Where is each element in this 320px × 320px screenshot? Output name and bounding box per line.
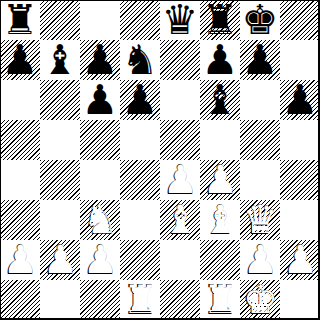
square-b2[interactable]: ♟♙ xyxy=(40,240,80,280)
piece-black-rook[interactable]: ♜ xyxy=(0,0,40,40)
square-d1[interactable]: ♜♖ xyxy=(120,280,160,320)
piece-black-pawn[interactable]: ♟ xyxy=(200,40,240,80)
white-queen-fill: ♛ xyxy=(243,201,278,240)
square-e1[interactable] xyxy=(160,280,200,320)
black-pawn-glyph: ♟ xyxy=(122,80,159,121)
square-f2[interactable] xyxy=(200,240,240,280)
white-rook-fill: ♜ xyxy=(123,281,158,320)
square-e8[interactable]: ♛ xyxy=(160,0,200,40)
piece-black-pawn[interactable]: ♟ xyxy=(80,40,120,80)
square-h6[interactable]: ♟ xyxy=(280,80,320,120)
square-e5[interactable] xyxy=(160,120,200,160)
black-bishop-glyph: ♝ xyxy=(42,40,79,81)
piece-black-pawn[interactable]: ♟ xyxy=(280,80,320,120)
black-pawn-glyph: ♟ xyxy=(202,40,239,81)
square-b6[interactable] xyxy=(40,80,80,120)
white-rook-fill: ♜ xyxy=(203,281,238,320)
square-g2[interactable]: ♟♙ xyxy=(240,240,280,280)
square-f3[interactable]: ♝♗ xyxy=(200,200,240,240)
square-e6[interactable] xyxy=(160,80,200,120)
piece-white-bishop[interactable]: ♝♗ xyxy=(160,200,200,240)
square-a4[interactable] xyxy=(0,160,40,200)
square-d4[interactable] xyxy=(120,160,160,200)
piece-white-king[interactable]: ♚♔ xyxy=(240,280,280,320)
piece-black-rook[interactable]: ♜ xyxy=(200,0,240,40)
square-g6[interactable] xyxy=(240,80,280,120)
piece-black-pawn[interactable]: ♟ xyxy=(80,80,120,120)
square-a6[interactable] xyxy=(0,80,40,120)
piece-black-pawn[interactable]: ♟ xyxy=(120,80,160,120)
piece-white-pawn[interactable]: ♟♙ xyxy=(240,240,280,280)
black-rook-glyph: ♜ xyxy=(2,0,39,41)
black-rook-glyph: ♜ xyxy=(202,0,239,41)
square-g7[interactable]: ♟ xyxy=(240,40,280,80)
white-pawn-fill: ♟ xyxy=(43,241,78,280)
square-d7[interactable]: ♞ xyxy=(120,40,160,80)
piece-white-pawn[interactable]: ♟♙ xyxy=(280,240,320,280)
black-bishop-glyph: ♝ xyxy=(202,80,239,121)
piece-white-pawn[interactable]: ♟♙ xyxy=(0,240,40,280)
square-g3[interactable]: ♛♕ xyxy=(240,200,280,240)
square-c1[interactable] xyxy=(80,280,120,320)
square-e4[interactable]: ♟♙ xyxy=(160,160,200,200)
white-pawn-fill: ♟ xyxy=(203,161,238,200)
white-knight-fill: ♞ xyxy=(83,201,118,240)
white-pawn-fill: ♟ xyxy=(83,241,118,280)
square-c3[interactable]: ♞♘ xyxy=(80,200,120,240)
square-a5[interactable] xyxy=(0,120,40,160)
square-f4[interactable]: ♟♙ xyxy=(200,160,240,200)
white-pawn-fill: ♟ xyxy=(283,241,318,280)
white-pawn-fill: ♟ xyxy=(163,161,198,200)
square-b5[interactable] xyxy=(40,120,80,160)
square-a8[interactable]: ♜ xyxy=(0,0,40,40)
white-pawn-fill: ♟ xyxy=(3,241,38,280)
square-g8[interactable]: ♚ xyxy=(240,0,280,40)
piece-white-pawn[interactable]: ♟♙ xyxy=(160,160,200,200)
square-b7[interactable]: ♝ xyxy=(40,40,80,80)
black-pawn-glyph: ♟ xyxy=(2,40,39,81)
square-g4[interactable] xyxy=(240,160,280,200)
square-g5[interactable] xyxy=(240,120,280,160)
white-pawn-fill: ♟ xyxy=(243,241,278,280)
square-h3[interactable] xyxy=(280,200,320,240)
white-king-fill: ♚ xyxy=(243,281,278,320)
square-e2[interactable] xyxy=(160,240,200,280)
square-c8[interactable] xyxy=(80,0,120,40)
black-pawn-glyph: ♟ xyxy=(82,40,119,81)
piece-white-pawn[interactable]: ♟♙ xyxy=(200,160,240,200)
piece-black-pawn[interactable]: ♟ xyxy=(240,40,280,80)
piece-black-bishop[interactable]: ♝ xyxy=(200,80,240,120)
piece-black-king[interactable]: ♚ xyxy=(240,0,280,40)
square-d8[interactable] xyxy=(120,0,160,40)
white-bishop-fill: ♝ xyxy=(203,201,238,240)
black-king-glyph: ♚ xyxy=(242,0,279,41)
square-f5[interactable] xyxy=(200,120,240,160)
chess-board: ♜♛♜♚♟♝♟♞♟♟♟♟♝♟♟♙♟♙♞♘♝♗♝♗♛♕♟♙♟♙♟♙♟♙♟♙♜♖♜♖… xyxy=(0,0,320,320)
square-a2[interactable]: ♟♙ xyxy=(0,240,40,280)
piece-black-knight[interactable]: ♞ xyxy=(120,40,160,80)
white-bishop-fill: ♝ xyxy=(163,201,198,240)
piece-white-rook[interactable]: ♜♖ xyxy=(200,280,240,320)
black-queen-glyph: ♛ xyxy=(162,0,199,41)
square-b4[interactable] xyxy=(40,160,80,200)
piece-black-bishop[interactable]: ♝ xyxy=(40,40,80,80)
square-h1[interactable] xyxy=(280,280,320,320)
square-d5[interactable] xyxy=(120,120,160,160)
square-a7[interactable]: ♟ xyxy=(0,40,40,80)
square-d2[interactable] xyxy=(120,240,160,280)
square-d3[interactable] xyxy=(120,200,160,240)
black-knight-glyph: ♞ xyxy=(122,40,159,81)
square-h4[interactable] xyxy=(280,160,320,200)
square-e3[interactable]: ♝♗ xyxy=(160,200,200,240)
square-f7[interactable]: ♟ xyxy=(200,40,240,80)
square-h7[interactable] xyxy=(280,40,320,80)
square-c2[interactable]: ♟♙ xyxy=(80,240,120,280)
square-c7[interactable]: ♟ xyxy=(80,40,120,80)
square-f1[interactable]: ♜♖ xyxy=(200,280,240,320)
square-c6[interactable]: ♟ xyxy=(80,80,120,120)
square-h2[interactable]: ♟♙ xyxy=(280,240,320,280)
piece-black-queen[interactable]: ♛ xyxy=(160,0,200,40)
square-b3[interactable] xyxy=(40,200,80,240)
square-c5[interactable] xyxy=(80,120,120,160)
piece-white-rook[interactable]: ♜♖ xyxy=(120,280,160,320)
square-a1[interactable] xyxy=(0,280,40,320)
square-b8[interactable] xyxy=(40,0,80,40)
piece-white-pawn[interactable]: ♟♙ xyxy=(80,240,120,280)
black-pawn-glyph: ♟ xyxy=(282,80,319,121)
black-pawn-glyph: ♟ xyxy=(82,80,119,121)
black-pawn-glyph: ♟ xyxy=(242,40,279,81)
square-e7[interactable] xyxy=(160,40,200,80)
square-d6[interactable]: ♟ xyxy=(120,80,160,120)
square-h8[interactable] xyxy=(280,0,320,40)
piece-white-bishop[interactable]: ♝♗ xyxy=(200,200,240,240)
square-a3[interactable] xyxy=(0,200,40,240)
square-h5[interactable] xyxy=(280,120,320,160)
piece-white-pawn[interactable]: ♟♙ xyxy=(40,240,80,280)
square-b1[interactable] xyxy=(40,280,80,320)
square-f8[interactable]: ♜ xyxy=(200,0,240,40)
square-c4[interactable] xyxy=(80,160,120,200)
piece-white-knight[interactable]: ♞♘ xyxy=(80,200,120,240)
square-f6[interactable]: ♝ xyxy=(200,80,240,120)
square-g1[interactable]: ♚♔ xyxy=(240,280,280,320)
piece-white-queen[interactable]: ♛♕ xyxy=(240,200,280,240)
piece-black-pawn[interactable]: ♟ xyxy=(0,40,40,80)
